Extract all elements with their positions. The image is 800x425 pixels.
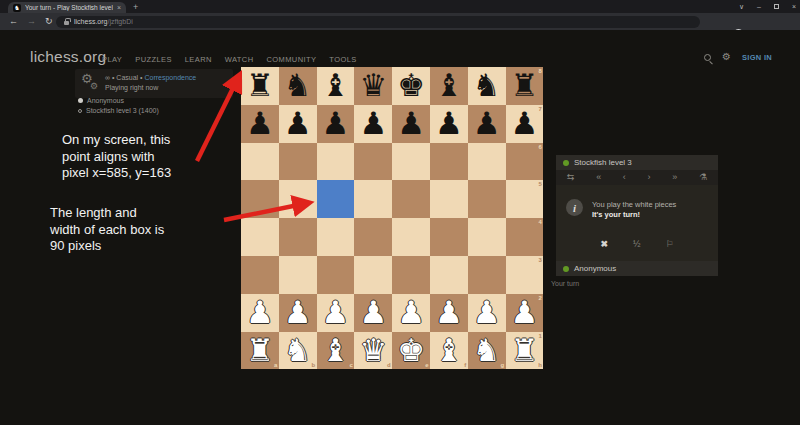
- square-e1[interactable]: ♚e: [392, 332, 430, 370]
- piece-black-pawn: ♟: [435, 105, 463, 143]
- square-f2[interactable]: ♟: [430, 294, 468, 332]
- square-b3[interactable]: [279, 256, 317, 294]
- square-h2[interactable]: ♟2: [506, 294, 544, 332]
- address-bar[interactable]: lichess.org/jzftgbDi: [56, 16, 700, 28]
- black-player-dot-icon: [78, 109, 82, 113]
- square-c8[interactable]: ♝: [317, 67, 355, 105]
- square-c2[interactable]: ♟: [317, 294, 355, 332]
- square-f4[interactable]: [430, 218, 468, 256]
- square-a4[interactable]: [241, 218, 279, 256]
- black-player-line: Stockfish level 3 (1400): [78, 106, 159, 116]
- square-d1[interactable]: ♛d: [354, 332, 392, 370]
- search-icon[interactable]: [704, 54, 711, 61]
- tab-close-icon[interactable]: ×: [117, 4, 121, 11]
- rank-label-4: 4: [539, 219, 542, 225]
- player-name: Anonymous: [574, 264, 616, 273]
- chess-board[interactable]: ♜♞♝♛♚♝♞♜8♟♟♟♟♟♟♟♟76543♟♟♟♟♟♟♟♟2♜a♞b♝c♛d♚…: [241, 67, 543, 369]
- maximize-window-icon[interactable]: [774, 4, 779, 9]
- first-move-icon[interactable]: «: [596, 170, 601, 185]
- square-d8[interactable]: ♛: [354, 67, 392, 105]
- browser-tab-strip: ♞ Your turn - Play Stockfish level 3 × +…: [0, 0, 800, 13]
- resign-flag-icon[interactable]: ⚐: [665, 239, 673, 249]
- square-h5[interactable]: 5: [506, 180, 544, 218]
- piece-white-pawn: ♟: [284, 294, 312, 332]
- square-d4[interactable]: [354, 218, 392, 256]
- offer-draw-button[interactable]: ½: [633, 239, 641, 249]
- square-f3[interactable]: [430, 256, 468, 294]
- square-b2[interactable]: ♟: [279, 294, 317, 332]
- opponent-row: Stockfish level 3: [556, 155, 718, 170]
- url-text: lichess.org/jzftgbDi: [74, 18, 133, 25]
- piece-white-pawn: ♟: [397, 294, 425, 332]
- square-e6[interactable]: [392, 143, 430, 181]
- lichess-page: lichess.org PLAY PUZZLES LEARN WATCH COM…: [0, 30, 800, 425]
- flip-board-icon[interactable]: ⇆: [567, 170, 575, 185]
- next-move-icon[interactable]: ›: [648, 170, 651, 185]
- game-type-line: ∞ • Casual • Correspondence: [105, 73, 196, 83]
- square-f1[interactable]: ♝f: [430, 332, 468, 370]
- square-a5[interactable]: [241, 180, 279, 218]
- square-e4[interactable]: [392, 218, 430, 256]
- square-a2[interactable]: ♟: [241, 294, 279, 332]
- square-a6[interactable]: [241, 143, 279, 181]
- file-label-e: e: [425, 362, 428, 368]
- game-meta-box: ⚙⚙ ∞ • Casual • Correspondence Playing r…: [75, 69, 233, 98]
- piece-black-pawn: ♟: [284, 105, 312, 143]
- settings-gear-icon[interactable]: ⚙: [722, 52, 731, 62]
- square-f7[interactable]: ♟: [430, 105, 468, 143]
- previous-move-icon[interactable]: ‹: [623, 170, 626, 185]
- lichess-favicon-icon: ♞: [13, 4, 21, 12]
- opponent-name: Stockfish level 3: [574, 158, 632, 167]
- piece-black-pawn: ♟: [473, 105, 501, 143]
- piece-white-bishop: ♝: [322, 332, 350, 370]
- piece-black-rook: ♜: [246, 67, 274, 105]
- back-icon[interactable]: ←: [9, 13, 18, 30]
- last-move-icon[interactable]: »: [672, 170, 677, 185]
- square-c7[interactable]: ♟: [317, 105, 355, 143]
- piece-black-king: ♚: [397, 67, 425, 105]
- piece-black-rook: ♜: [511, 67, 539, 105]
- game-actions: ✖ ½ ⚐: [556, 230, 718, 261]
- piece-white-knight: ♞: [473, 332, 501, 370]
- sign-in-button[interactable]: SIGN IN: [742, 53, 772, 62]
- opponent-online-dot-icon: [563, 160, 569, 166]
- square-d2[interactable]: ♟: [354, 294, 392, 332]
- square-f6[interactable]: [430, 143, 468, 181]
- nav-learn[interactable]: LEARN: [185, 55, 212, 64]
- square-b1[interactable]: ♞b: [279, 332, 317, 370]
- square-e2[interactable]: ♟: [392, 294, 430, 332]
- piece-black-bishop: ♝: [435, 67, 463, 105]
- game-status-line: Playing right now: [105, 83, 196, 93]
- square-c1[interactable]: ♝c: [317, 332, 355, 370]
- square-b5[interactable]: [279, 180, 317, 218]
- nav-community[interactable]: COMMUNITY: [266, 55, 316, 64]
- rank-label-5: 5: [539, 181, 542, 187]
- square-e3[interactable]: [392, 256, 430, 294]
- rank-label-6: 6: [539, 144, 542, 150]
- move-controls-bar: ⇆ « ‹ › » ⚗: [556, 170, 718, 185]
- browser-tab[interactable]: ♞ Your turn - Play Stockfish level 3 ×: [8, 2, 126, 13]
- piece-black-pawn: ♟: [511, 105, 539, 143]
- piece-black-pawn: ♟: [322, 105, 350, 143]
- square-a1[interactable]: ♜a: [241, 332, 279, 370]
- piece-white-pawn: ♟: [435, 294, 463, 332]
- piece-black-pawn: ♟: [246, 105, 274, 143]
- piece-white-knight: ♞: [284, 332, 312, 370]
- analysis-board-icon[interactable]: ⚗: [699, 170, 707, 185]
- piece-white-pawn: ♟: [473, 294, 501, 332]
- white-player-dot-icon: [78, 98, 83, 103]
- nav-tools[interactable]: TOOLS: [329, 55, 356, 64]
- square-f5[interactable]: [430, 180, 468, 218]
- piece-black-knight: ♞: [473, 67, 501, 105]
- square-e8[interactable]: ♚: [392, 67, 430, 105]
- square-b4[interactable]: [279, 218, 317, 256]
- piece-white-rook: ♜: [511, 332, 539, 370]
- nav-play[interactable]: PLAY: [102, 55, 122, 64]
- square-g5[interactable]: [468, 180, 506, 218]
- square-g8[interactable]: ♞: [468, 67, 506, 105]
- piece-white-king: ♚: [397, 332, 425, 370]
- white-player-line: Anonymous: [78, 96, 159, 106]
- square-h8[interactable]: ♜8: [506, 67, 544, 105]
- square-d5[interactable]: [354, 180, 392, 218]
- square-h3[interactable]: 3: [506, 256, 544, 294]
- tab-title: Your turn - Play Stockfish level 3: [25, 4, 113, 11]
- square-h4[interactable]: 4: [506, 218, 544, 256]
- piece-white-pawn: ♟: [246, 294, 274, 332]
- square-h6[interactable]: 6: [506, 143, 544, 181]
- square-b6[interactable]: [279, 143, 317, 181]
- piece-black-knight: ♞: [284, 67, 312, 105]
- square-c6[interactable]: [317, 143, 355, 181]
- player-online-dot-icon: [563, 266, 569, 272]
- rank-label-8: 8: [539, 68, 542, 74]
- piece-black-pawn: ♟: [359, 105, 387, 143]
- rank-label-3: 3: [539, 257, 542, 263]
- lichess-logo[interactable]: lichess.org: [30, 48, 106, 66]
- square-b7[interactable]: ♟: [279, 105, 317, 143]
- turn-info-box: i You play the white pieces It's your tu…: [556, 185, 718, 230]
- square-a3[interactable]: [241, 256, 279, 294]
- rank-label-7: 7: [539, 106, 542, 112]
- square-g1[interactable]: ♞g: [468, 332, 506, 370]
- piece-black-queen: ♛: [359, 67, 387, 105]
- turn-status-text: Your turn: [551, 280, 579, 287]
- piece-white-pawn: ♟: [322, 294, 350, 332]
- tab-search-icon[interactable]: ∨: [739, 0, 744, 13]
- piece-white-pawn: ♟: [511, 294, 539, 332]
- nav-watch[interactable]: WATCH: [225, 55, 254, 64]
- square-g7[interactable]: ♟: [468, 105, 506, 143]
- square-b8[interactable]: ♞: [279, 67, 317, 105]
- reload-icon[interactable]: ↻: [45, 13, 53, 30]
- info-line-1: You play the white pieces: [592, 200, 676, 210]
- piece-black-pawn: ♟: [397, 105, 425, 143]
- file-label-d: d: [387, 362, 391, 368]
- square-c5[interactable]: [317, 180, 355, 218]
- square-e7[interactable]: ♟: [392, 105, 430, 143]
- annotation-box-size-note: The length and width of each box is 90 p…: [50, 205, 164, 255]
- square-c3[interactable]: [317, 256, 355, 294]
- square-d6[interactable]: [354, 143, 392, 181]
- annotation-pixel-note: On my screen, this point aligns with pix…: [62, 132, 171, 182]
- file-label-b: b: [311, 362, 315, 368]
- info-line-2: It's your turn!: [592, 210, 676, 220]
- square-a7[interactable]: ♟: [241, 105, 279, 143]
- forward-icon[interactable]: →: [27, 13, 36, 30]
- square-g4[interactable]: [468, 218, 506, 256]
- nav-puzzles[interactable]: PUZZLES: [135, 55, 172, 64]
- square-c4[interactable]: [317, 218, 355, 256]
- player-row: Anonymous: [556, 261, 718, 276]
- info-icon: i: [566, 199, 583, 216]
- file-label-f: f: [464, 362, 466, 368]
- square-d3[interactable]: [354, 256, 392, 294]
- lock-icon: [64, 21, 69, 25]
- square-g3[interactable]: [468, 256, 506, 294]
- square-d7[interactable]: ♟: [354, 105, 392, 143]
- close-window-icon[interactable]: ×: [792, 0, 796, 13]
- abort-game-icon[interactable]: ✖: [600, 239, 608, 249]
- file-label-a: a: [274, 362, 277, 368]
- square-h7[interactable]: ♟7: [506, 105, 544, 143]
- piece-white-queen: ♛: [359, 332, 387, 370]
- rank-label-1: 1: [539, 333, 542, 339]
- main-nav: PLAY PUZZLES LEARN WATCH COMMUNITY TOOLS: [102, 55, 357, 64]
- file-label-c: c: [350, 362, 353, 368]
- piece-white-pawn: ♟: [359, 294, 387, 332]
- square-f8[interactable]: ♝: [430, 67, 468, 105]
- minimize-window-icon[interactable]: –: [757, 0, 761, 13]
- browser-toolbar: ← → ↻ lichess.org/jzftgbDi ⊞ ☆ Incognito…: [0, 13, 800, 30]
- square-g2[interactable]: ♟: [468, 294, 506, 332]
- file-label-h: h: [538, 362, 542, 368]
- square-e5[interactable]: [392, 180, 430, 218]
- piece-white-bishop: ♝: [435, 332, 463, 370]
- rank-label-2: 2: [539, 295, 542, 301]
- game-setup-gear-icon: ⚙⚙: [81, 72, 99, 95]
- game-side-panel: Stockfish level 3 ⇆ « ‹ › » ⚗ i You play…: [556, 155, 718, 276]
- square-a8[interactable]: ♜: [241, 67, 279, 105]
- new-tab-button[interactable]: +: [133, 3, 138, 12]
- piece-black-bishop: ♝: [322, 67, 350, 105]
- square-h1[interactable]: ♜1h: [506, 332, 544, 370]
- piece-white-rook: ♜: [246, 332, 274, 370]
- file-label-g: g: [500, 362, 504, 368]
- square-g6[interactable]: [468, 143, 506, 181]
- correspondence-link[interactable]: Correspondence: [144, 74, 196, 81]
